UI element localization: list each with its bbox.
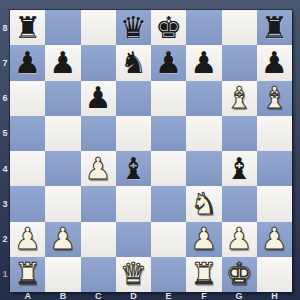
- square-a4[interactable]: [10, 151, 45, 186]
- rank-coordinates: 87654321: [0, 10, 10, 292]
- square-f8[interactable]: [186, 10, 221, 45]
- square-f7[interactable]: ♟: [186, 45, 221, 80]
- white-king[interactable]: ♚: [226, 259, 253, 289]
- square-f1[interactable]: ♜: [186, 257, 221, 292]
- square-b2[interactable]: ♟: [45, 222, 80, 257]
- black-pawn[interactable]: ♟: [85, 83, 112, 113]
- square-h4[interactable]: [257, 151, 292, 186]
- square-f6[interactable]: [186, 81, 221, 116]
- square-a7[interactable]: ♟: [10, 45, 45, 80]
- square-h1[interactable]: [257, 257, 292, 292]
- square-d1[interactable]: ♛: [116, 257, 151, 292]
- square-h2[interactable]: ♟: [257, 222, 292, 257]
- file-label-g: G: [222, 292, 257, 300]
- file-label-a: A: [10, 292, 45, 300]
- white-pawn[interactable]: ♟: [190, 224, 217, 254]
- square-b3[interactable]: [45, 186, 80, 221]
- square-h6[interactable]: ♝: [257, 81, 292, 116]
- square-d2[interactable]: [116, 222, 151, 257]
- file-label-h: H: [257, 292, 292, 300]
- black-rook[interactable]: ♜: [261, 13, 288, 43]
- square-g1[interactable]: ♚: [222, 257, 257, 292]
- white-bishop[interactable]: ♝: [261, 83, 288, 113]
- white-pawn[interactable]: ♟: [261, 224, 288, 254]
- square-a8[interactable]: ♜: [10, 10, 45, 45]
- white-pawn[interactable]: ♟: [85, 154, 112, 184]
- black-bishop[interactable]: ♝: [120, 154, 147, 184]
- rank-label-3: 3: [0, 186, 10, 221]
- square-e1[interactable]: [151, 257, 186, 292]
- square-d7[interactable]: ♞: [116, 45, 151, 80]
- board-frame: 87654321 ♜♛♚♜♟♟♞♟♟♟♟♝♝♟♝♝♞♟♟♟♟♟♜♛♜♚ ABCD…: [0, 0, 300, 300]
- black-bishop[interactable]: ♝: [226, 154, 253, 184]
- rank-label-5: 5: [0, 116, 10, 151]
- file-label-f: F: [186, 292, 221, 300]
- square-b8[interactable]: [45, 10, 80, 45]
- black-rook[interactable]: ♜: [14, 13, 41, 43]
- square-g8[interactable]: [222, 10, 257, 45]
- square-a2[interactable]: ♟: [10, 222, 45, 257]
- black-pawn[interactable]: ♟: [155, 48, 182, 78]
- square-b4[interactable]: [45, 151, 80, 186]
- square-c4[interactable]: ♟: [81, 151, 116, 186]
- white-rook[interactable]: ♜: [14, 259, 41, 289]
- white-pawn[interactable]: ♟: [226, 224, 253, 254]
- square-c3[interactable]: [81, 186, 116, 221]
- square-e4[interactable]: [151, 151, 186, 186]
- square-a5[interactable]: [10, 116, 45, 151]
- rank-label-7: 7: [0, 45, 10, 80]
- square-h5[interactable]: [257, 116, 292, 151]
- square-c6[interactable]: ♟: [81, 81, 116, 116]
- square-f2[interactable]: ♟: [186, 222, 221, 257]
- rank-label-8: 8: [0, 10, 10, 45]
- square-c8[interactable]: [81, 10, 116, 45]
- white-knight[interactable]: ♞: [190, 189, 217, 219]
- square-f4[interactable]: [186, 151, 221, 186]
- square-g7[interactable]: [222, 45, 257, 80]
- square-c7[interactable]: [81, 45, 116, 80]
- white-bishop[interactable]: ♝: [226, 83, 253, 113]
- white-pawn[interactable]: ♟: [14, 224, 41, 254]
- chess-board[interactable]: ♜♛♚♜♟♟♞♟♟♟♟♝♝♟♝♝♞♟♟♟♟♟♜♛♜♚: [10, 10, 292, 292]
- square-a1[interactable]: ♜: [10, 257, 45, 292]
- square-d6[interactable]: [116, 81, 151, 116]
- square-a3[interactable]: [10, 186, 45, 221]
- black-pawn[interactable]: ♟: [190, 48, 217, 78]
- square-d4[interactable]: ♝: [116, 151, 151, 186]
- square-e7[interactable]: ♟: [151, 45, 186, 80]
- square-g4[interactable]: ♝: [222, 151, 257, 186]
- file-coordinates: ABCDEFGH: [10, 292, 292, 300]
- rank-label-1: 1: [0, 257, 10, 292]
- black-pawn[interactable]: ♟: [49, 48, 76, 78]
- square-g3[interactable]: [222, 186, 257, 221]
- square-c1[interactable]: [81, 257, 116, 292]
- black-queen[interactable]: ♛: [120, 13, 147, 43]
- square-b6[interactable]: [45, 81, 80, 116]
- square-d8[interactable]: ♛: [116, 10, 151, 45]
- square-g2[interactable]: ♟: [222, 222, 257, 257]
- square-f5[interactable]: [186, 116, 221, 151]
- square-b5[interactable]: [45, 116, 80, 151]
- square-c2[interactable]: [81, 222, 116, 257]
- square-h3[interactable]: [257, 186, 292, 221]
- rank-label-6: 6: [0, 81, 10, 116]
- file-label-e: E: [151, 292, 186, 300]
- file-label-c: C: [81, 292, 116, 300]
- white-queen[interactable]: ♛: [120, 259, 147, 289]
- square-h8[interactable]: ♜: [257, 10, 292, 45]
- square-h7[interactable]: ♟: [257, 45, 292, 80]
- square-g6[interactable]: ♝: [222, 81, 257, 116]
- square-b1[interactable]: [45, 257, 80, 292]
- rank-label-2: 2: [0, 222, 10, 257]
- white-pawn[interactable]: ♟: [49, 224, 76, 254]
- square-e5[interactable]: [151, 116, 186, 151]
- black-king[interactable]: ♚: [155, 13, 182, 43]
- file-label-d: D: [116, 292, 151, 300]
- square-f3[interactable]: ♞: [186, 186, 221, 221]
- square-e3[interactable]: [151, 186, 186, 221]
- file-label-b: B: [45, 292, 80, 300]
- black-pawn[interactable]: ♟: [261, 48, 288, 78]
- square-d3[interactable]: [116, 186, 151, 221]
- rank-label-4: 4: [0, 151, 10, 186]
- square-e8[interactable]: ♚: [151, 10, 186, 45]
- square-g5[interactable]: [222, 116, 257, 151]
- square-e6[interactable]: [151, 81, 186, 116]
- square-b7[interactable]: ♟: [45, 45, 80, 80]
- square-c5[interactable]: [81, 116, 116, 151]
- black-pawn[interactable]: ♟: [14, 48, 41, 78]
- square-a6[interactable]: [10, 81, 45, 116]
- square-d5[interactable]: [116, 116, 151, 151]
- square-e2[interactable]: [151, 222, 186, 257]
- white-rook[interactable]: ♜: [190, 259, 217, 289]
- black-knight[interactable]: ♞: [120, 48, 147, 78]
